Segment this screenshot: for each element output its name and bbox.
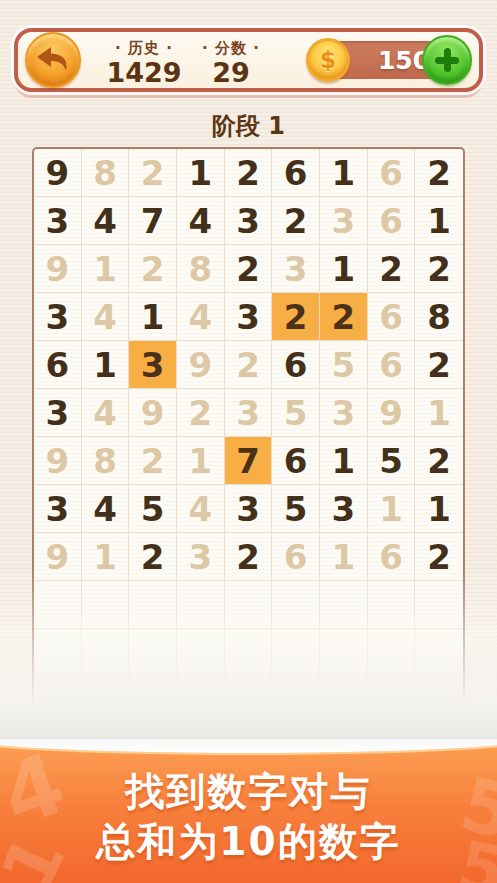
cell-r9c5: [272, 581, 320, 629]
cell-r4c8[interactable]: 2: [415, 341, 463, 389]
cell-r10c0: [34, 629, 82, 677]
plus-icon: [435, 48, 459, 72]
cell-r6c4[interactable]: 7: [225, 437, 273, 485]
cell-r10c7: [368, 629, 416, 677]
cell-r2c5[interactable]: 3: [272, 245, 320, 293]
cell-r0c0[interactable]: 9: [34, 149, 82, 197]
cell-r1c4[interactable]: 3: [225, 197, 273, 245]
score-stat: · 分数 · 29: [196, 39, 266, 87]
cell-r3c3[interactable]: 4: [177, 293, 225, 341]
cell-r2c6[interactable]: 1: [320, 245, 368, 293]
cell-r1c8[interactable]: 1: [415, 197, 463, 245]
cell-r3c7[interactable]: 6: [368, 293, 416, 341]
cell-r6c2[interactable]: 2: [129, 437, 177, 485]
cell-r2c1[interactable]: 1: [82, 245, 130, 293]
cell-r4c4[interactable]: 2: [225, 341, 273, 389]
cell-r5c7[interactable]: 9: [368, 389, 416, 437]
cell-r9c0: [34, 581, 82, 629]
cell-r9c8: [415, 581, 463, 629]
cell-r7c2[interactable]: 5: [129, 485, 177, 533]
cell-r6c3[interactable]: 1: [177, 437, 225, 485]
coin-icon: $: [306, 38, 350, 82]
cell-r11c3: [177, 677, 225, 725]
instruction-line-2: 总和为10的数字: [0, 817, 497, 867]
cell-r4c7[interactable]: 6: [368, 341, 416, 389]
cell-r10c1: [82, 629, 130, 677]
cell-r6c5[interactable]: 6: [272, 437, 320, 485]
back-button[interactable]: [25, 32, 81, 88]
history-label: · 历史 ·: [104, 39, 184, 58]
cell-r10c6: [320, 629, 368, 677]
cell-r8c6[interactable]: 1: [320, 533, 368, 581]
history-value: 1429: [104, 59, 184, 87]
cell-r1c6[interactable]: 3: [320, 197, 368, 245]
cell-r5c1[interactable]: 4: [82, 389, 130, 437]
board-grid: 9821261623474323619128231223414322686139…: [32, 147, 465, 745]
cell-r8c3[interactable]: 3: [177, 533, 225, 581]
cell-r7c1[interactable]: 4: [82, 485, 130, 533]
cell-r7c0[interactable]: 3: [34, 485, 82, 533]
cell-r0c8[interactable]: 2: [415, 149, 463, 197]
cell-r2c7[interactable]: 2: [368, 245, 416, 293]
app-screen: · 历史 · 1429 · 分数 · 29 150 $ 阶段 1 9821261…: [0, 0, 497, 883]
cell-r11c0: [34, 677, 82, 725]
cell-r0c4[interactable]: 2: [225, 149, 273, 197]
cell-r9c3: [177, 581, 225, 629]
cell-r6c0[interactable]: 9: [34, 437, 82, 485]
stage-title: 阶段 1: [0, 110, 497, 142]
cell-r9c4: [225, 581, 273, 629]
cell-r7c5[interactable]: 5: [272, 485, 320, 533]
add-coins-button[interactable]: [422, 35, 472, 85]
cell-r5c6[interactable]: 3: [320, 389, 368, 437]
cell-r2c8[interactable]: 2: [415, 245, 463, 293]
cell-r0c1[interactable]: 8: [82, 149, 130, 197]
cell-r5c8[interactable]: 1: [415, 389, 463, 437]
cell-r0c2[interactable]: 2: [129, 149, 177, 197]
cell-r8c5[interactable]: 6: [272, 533, 320, 581]
cell-r5c3[interactable]: 2: [177, 389, 225, 437]
cell-r3c0[interactable]: 3: [34, 293, 82, 341]
cell-r1c3[interactable]: 4: [177, 197, 225, 245]
cell-r11c2: [129, 677, 177, 725]
cell-r7c3[interactable]: 4: [177, 485, 225, 533]
top-bar: · 历史 · 1429 · 分数 · 29 150 $: [14, 28, 483, 92]
cell-r4c5[interactable]: 6: [272, 341, 320, 389]
cell-r3c6[interactable]: 2: [320, 293, 368, 341]
cell-r8c1[interactable]: 1: [82, 533, 130, 581]
cell-r3c8[interactable]: 8: [415, 293, 463, 341]
cell-r8c0[interactable]: 9: [34, 533, 82, 581]
cell-r10c2: [129, 629, 177, 677]
cell-r11c8: [415, 677, 463, 725]
cell-r2c0[interactable]: 9: [34, 245, 82, 293]
cell-r3c2[interactable]: 1: [129, 293, 177, 341]
cell-r2c2[interactable]: 2: [129, 245, 177, 293]
cell-r5c2[interactable]: 9: [129, 389, 177, 437]
cell-r11c7: [368, 677, 416, 725]
cell-r10c8: [415, 629, 463, 677]
cell-r4c0[interactable]: 6: [34, 341, 82, 389]
cell-r10c4: [225, 629, 273, 677]
cell-r7c4[interactable]: 3: [225, 485, 273, 533]
cell-r1c5[interactable]: 2: [272, 197, 320, 245]
cell-r1c1[interactable]: 4: [82, 197, 130, 245]
back-arrow-icon: [36, 46, 70, 74]
history-stat: · 历史 · 1429: [104, 39, 184, 87]
cell-r10c5: [272, 629, 320, 677]
cell-r3c5[interactable]: 2: [272, 293, 320, 341]
cell-r7c6[interactable]: 3: [320, 485, 368, 533]
score-label: · 分数 ·: [196, 39, 266, 58]
cell-r6c8[interactable]: 2: [415, 437, 463, 485]
cell-r5c5[interactable]: 5: [272, 389, 320, 437]
cell-r9c6: [320, 581, 368, 629]
cell-r8c4[interactable]: 2: [225, 533, 273, 581]
cell-r1c2[interactable]: 7: [129, 197, 177, 245]
cell-r3c4[interactable]: 3: [225, 293, 273, 341]
cell-r6c1[interactable]: 8: [82, 437, 130, 485]
cell-r11c6: [320, 677, 368, 725]
cell-r11c4: [225, 677, 273, 725]
cell-r2c4[interactable]: 2: [225, 245, 273, 293]
instruction-banner: 4 5 1 5 找到数字对与 总和为10的数字: [0, 739, 497, 883]
cell-r2c3[interactable]: 8: [177, 245, 225, 293]
cell-r8c7[interactable]: 6: [368, 533, 416, 581]
cell-r0c5[interactable]: 6: [272, 149, 320, 197]
banner-top-curve: [0, 739, 497, 753]
score-value: 29: [196, 59, 266, 87]
cell-r7c8[interactable]: 1: [415, 485, 463, 533]
cell-r1c0[interactable]: 3: [34, 197, 82, 245]
cell-r1c7[interactable]: 6: [368, 197, 416, 245]
cell-r0c6[interactable]: 1: [320, 149, 368, 197]
cell-r7c7[interactable]: 1: [368, 485, 416, 533]
coin-count: 150: [352, 46, 430, 75]
cell-r4c1[interactable]: 1: [82, 341, 130, 389]
cell-r10c3: [177, 629, 225, 677]
cell-r6c6[interactable]: 1: [320, 437, 368, 485]
cell-r9c1: [82, 581, 130, 629]
cell-r4c2[interactable]: 3: [129, 341, 177, 389]
dollar-sign: $: [320, 47, 336, 73]
cell-r9c2: [129, 581, 177, 629]
cell-r9c7: [368, 581, 416, 629]
cell-r8c2[interactable]: 2: [129, 533, 177, 581]
cell-r3c1[interactable]: 4: [82, 293, 130, 341]
cell-r11c5: [272, 677, 320, 725]
cell-r5c4[interactable]: 3: [225, 389, 273, 437]
instruction-text: 找到数字对与 总和为10的数字: [0, 767, 497, 867]
cell-r8c8[interactable]: 2: [415, 533, 463, 581]
cell-r0c3[interactable]: 1: [177, 149, 225, 197]
cell-r5c0[interactable]: 3: [34, 389, 82, 437]
cell-r4c6[interactable]: 5: [320, 341, 368, 389]
cell-r4c3[interactable]: 9: [177, 341, 225, 389]
cell-r0c7[interactable]: 6: [368, 149, 416, 197]
instruction-line-1: 找到数字对与: [0, 767, 497, 817]
cell-r6c7[interactable]: 5: [368, 437, 416, 485]
cell-r11c1: [82, 677, 130, 725]
